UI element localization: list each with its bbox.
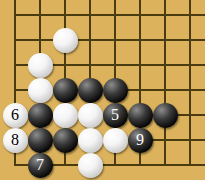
move-number: 7 — [36, 157, 44, 173]
grid-line-vertical — [189, 0, 191, 166]
black-stone — [103, 78, 128, 103]
black-stone — [53, 78, 78, 103]
black-stone: 7 — [28, 153, 53, 178]
black-stone: 5 — [103, 103, 128, 128]
white-stone — [78, 103, 103, 128]
grid-line-horizontal — [14, 39, 205, 41]
black-stone — [153, 103, 178, 128]
white-stone — [78, 128, 103, 153]
move-number: 5 — [111, 107, 119, 123]
black-stone — [28, 103, 53, 128]
move-number: 6 — [11, 107, 19, 123]
white-stone — [28, 78, 53, 103]
white-stone — [78, 153, 103, 178]
white-stone — [53, 28, 78, 53]
move-number: 9 — [136, 132, 144, 148]
white-stone: 8 — [3, 128, 28, 153]
grid-line-horizontal — [14, 14, 205, 16]
white-stone — [103, 128, 128, 153]
white-stone — [28, 53, 53, 78]
white-stone — [53, 103, 78, 128]
black-stone — [28, 128, 53, 153]
grid-line-vertical — [164, 0, 166, 166]
black-stone — [53, 128, 78, 153]
move-number: 8 — [11, 132, 19, 148]
black-stone: 9 — [128, 128, 153, 153]
go-board[interactable]: 65897 — [0, 0, 205, 180]
white-stone: 6 — [3, 103, 28, 128]
black-stone — [128, 103, 153, 128]
black-stone — [78, 78, 103, 103]
